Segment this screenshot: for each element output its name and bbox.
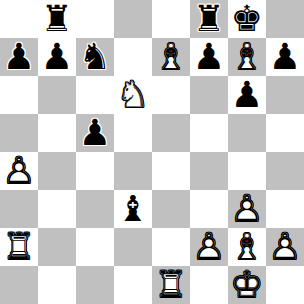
black-pawn-a7: ♟ xyxy=(0,38,38,76)
square-b4[interactable] xyxy=(38,152,76,190)
square-d2[interactable] xyxy=(114,228,152,266)
square-c7[interactable]: ♞ xyxy=(76,38,114,76)
black-pawn-g6: ♟ xyxy=(228,76,266,114)
square-c5[interactable]: ♟ xyxy=(76,114,114,152)
square-d5[interactable] xyxy=(114,114,152,152)
white-knight-d6: ♞♘ xyxy=(114,76,152,114)
square-f8[interactable]: ♜ xyxy=(190,0,228,38)
square-f4[interactable] xyxy=(190,152,228,190)
white-rook-e1: ♜♖ xyxy=(152,266,190,304)
white-bishop-g2: ♝♗ xyxy=(228,228,266,266)
square-b5[interactable] xyxy=(38,114,76,152)
square-f5[interactable] xyxy=(190,114,228,152)
square-g7[interactable]: ♝♗ xyxy=(228,38,266,76)
square-f3[interactable] xyxy=(190,190,228,228)
black-king-g8: ♚ xyxy=(228,0,266,38)
square-e8[interactable] xyxy=(152,0,190,38)
square-a8[interactable] xyxy=(0,0,38,38)
square-c4[interactable] xyxy=(76,152,114,190)
black-rook-b8: ♜ xyxy=(38,0,76,38)
square-h8[interactable] xyxy=(266,0,304,38)
square-b7[interactable]: ♟ xyxy=(38,38,76,76)
square-d4[interactable] xyxy=(114,152,152,190)
black-knight-c7: ♞ xyxy=(76,38,114,76)
square-a5[interactable] xyxy=(0,114,38,152)
square-b3[interactable] xyxy=(38,190,76,228)
white-rook-a2: ♜♖ xyxy=(0,228,38,266)
square-d3[interactable]: ♝ xyxy=(114,190,152,228)
chess-board: ♜♜♚♟♟♞♝♗♟♝♗♟♞♘♟♟♟♙♝♟♙♜♖♟♙♝♗♟♙♜♖♚♔ xyxy=(0,0,304,304)
square-g4[interactable] xyxy=(228,152,266,190)
square-e7[interactable]: ♝♗ xyxy=(152,38,190,76)
square-c3[interactable] xyxy=(76,190,114,228)
square-e6[interactable] xyxy=(152,76,190,114)
square-c1[interactable] xyxy=(76,266,114,304)
square-b8[interactable]: ♜ xyxy=(38,0,76,38)
square-a6[interactable] xyxy=(0,76,38,114)
square-f6[interactable] xyxy=(190,76,228,114)
white-pawn-a4: ♟♙ xyxy=(0,152,38,190)
square-h6[interactable] xyxy=(266,76,304,114)
square-a7[interactable]: ♟ xyxy=(0,38,38,76)
black-rook-f8: ♜ xyxy=(190,0,228,38)
square-e3[interactable] xyxy=(152,190,190,228)
white-bishop-g7: ♝♗ xyxy=(228,38,266,76)
square-d1[interactable] xyxy=(114,266,152,304)
square-b2[interactable] xyxy=(38,228,76,266)
black-bishop-d3: ♝ xyxy=(114,190,152,228)
black-pawn-b7: ♟ xyxy=(38,38,76,76)
square-f1[interactable] xyxy=(190,266,228,304)
square-g1[interactable]: ♚♔ xyxy=(228,266,266,304)
white-pawn-f2: ♟♙ xyxy=(190,228,228,266)
square-h1[interactable] xyxy=(266,266,304,304)
black-pawn-f7: ♟ xyxy=(190,38,228,76)
square-g3[interactable]: ♟♙ xyxy=(228,190,266,228)
white-king-g1: ♚♔ xyxy=(228,266,266,304)
square-h7[interactable]: ♟ xyxy=(266,38,304,76)
square-e1[interactable]: ♜♖ xyxy=(152,266,190,304)
square-d6[interactable]: ♞♘ xyxy=(114,76,152,114)
square-f7[interactable]: ♟ xyxy=(190,38,228,76)
square-e5[interactable] xyxy=(152,114,190,152)
square-g6[interactable]: ♟ xyxy=(228,76,266,114)
square-h5[interactable] xyxy=(266,114,304,152)
black-pawn-c5: ♟ xyxy=(76,114,114,152)
square-c6[interactable] xyxy=(76,76,114,114)
square-a1[interactable] xyxy=(0,266,38,304)
square-h2[interactable]: ♟♙ xyxy=(266,228,304,266)
square-a4[interactable]: ♟♙ xyxy=(0,152,38,190)
square-g2[interactable]: ♝♗ xyxy=(228,228,266,266)
white-pawn-h2: ♟♙ xyxy=(266,228,304,266)
square-h3[interactable] xyxy=(266,190,304,228)
square-a3[interactable] xyxy=(0,190,38,228)
square-e2[interactable] xyxy=(152,228,190,266)
white-pawn-g3: ♟♙ xyxy=(228,190,266,228)
square-f2[interactable]: ♟♙ xyxy=(190,228,228,266)
square-a2[interactable]: ♜♖ xyxy=(0,228,38,266)
square-c2[interactable] xyxy=(76,228,114,266)
square-b6[interactable] xyxy=(38,76,76,114)
square-h4[interactable] xyxy=(266,152,304,190)
black-pawn-h7: ♟ xyxy=(266,38,304,76)
square-b1[interactable] xyxy=(38,266,76,304)
square-e4[interactable] xyxy=(152,152,190,190)
square-g5[interactable] xyxy=(228,114,266,152)
square-d7[interactable] xyxy=(114,38,152,76)
square-d8[interactable] xyxy=(114,0,152,38)
square-g8[interactable]: ♚ xyxy=(228,0,266,38)
square-c8[interactable] xyxy=(76,0,114,38)
white-bishop-e7: ♝♗ xyxy=(152,38,190,76)
